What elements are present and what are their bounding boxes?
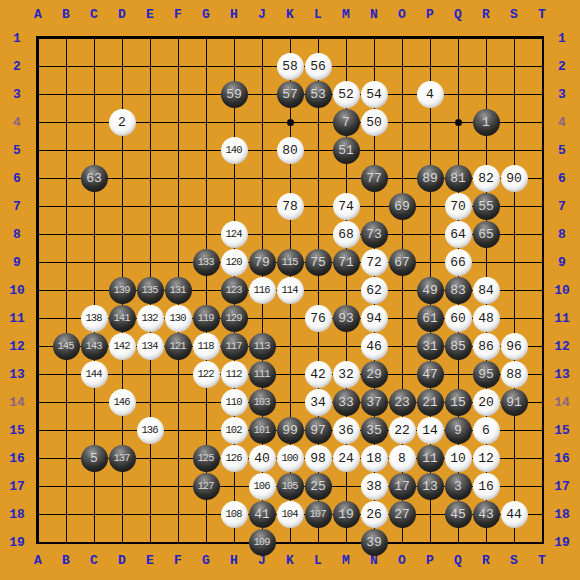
- stone-move-number: 81: [450, 172, 466, 185]
- stone-move-number: 19: [338, 508, 354, 521]
- stone-move-number: 5: [90, 452, 98, 465]
- stone-move-number: 36: [338, 424, 354, 437]
- stone-black-91-S14[interactable]: 91: [501, 389, 528, 416]
- stone-white-2-D4[interactable]: 2: [109, 109, 136, 136]
- stone-move-number: 123: [226, 285, 242, 296]
- stone-move-number: 52: [338, 88, 354, 101]
- stone-black-35-N15[interactable]: 35: [361, 417, 388, 444]
- stone-move-number: 38: [366, 480, 382, 493]
- stone-white-18-N16[interactable]: 18: [361, 445, 388, 472]
- stone-white-108-H18[interactable]: 108: [221, 501, 248, 528]
- stone-move-number: 42: [310, 368, 326, 381]
- stone-move-number: 99: [282, 424, 298, 437]
- stone-move-number: 45: [450, 508, 466, 521]
- stone-move-number: 64: [450, 228, 466, 241]
- stone-white-10-Q16[interactable]: 10: [445, 445, 472, 472]
- stone-move-number: 129: [226, 313, 242, 324]
- stone-white-34-L14[interactable]: 34: [305, 389, 332, 416]
- stone-move-number: 143: [86, 341, 102, 352]
- stone-black-73-N8[interactable]: 73: [361, 221, 388, 248]
- stone-black-137-D16[interactable]: 137: [109, 445, 136, 472]
- stone-black-109-J19[interactable]: 109: [249, 529, 276, 556]
- stone-move-number: 22: [394, 424, 410, 437]
- stone-black-113-J12[interactable]: 113: [249, 333, 276, 360]
- stone-white-54-N3[interactable]: 54: [361, 81, 388, 108]
- stone-move-number: 68: [338, 228, 354, 241]
- stone-white-68-M8[interactable]: 68: [333, 221, 360, 248]
- stone-move-number: 134: [142, 341, 158, 352]
- stone-white-78-K7[interactable]: 78: [277, 193, 304, 220]
- stone-move-number: 49: [422, 284, 438, 297]
- stone-white-144-C13[interactable]: 144: [81, 361, 108, 388]
- stone-move-number: 102: [226, 425, 242, 436]
- stone-white-16-R17[interactable]: 16: [473, 473, 500, 500]
- stone-move-number: 21: [422, 396, 438, 409]
- stone-move-number: 124: [226, 229, 242, 240]
- stone-white-48-R11[interactable]: 48: [473, 305, 500, 332]
- stone-move-number: 59: [226, 88, 242, 101]
- stone-white-140-H5[interactable]: 140: [221, 137, 248, 164]
- stone-move-number: 69: [394, 200, 410, 213]
- stone-black-25-L17[interactable]: 25: [305, 473, 332, 500]
- stone-white-74-M7[interactable]: 74: [333, 193, 360, 220]
- stone-white-72-N9[interactable]: 72: [361, 249, 388, 276]
- stone-white-142-D12[interactable]: 142: [109, 333, 136, 360]
- stone-move-number: 132: [142, 313, 158, 324]
- stone-black-111-J13[interactable]: 111: [249, 361, 276, 388]
- stone-move-number: 20: [478, 396, 494, 409]
- stone-black-39-N19[interactable]: 39: [361, 529, 388, 556]
- stone-white-46-N12[interactable]: 46: [361, 333, 388, 360]
- stone-white-122-G13[interactable]: 122: [193, 361, 220, 388]
- stone-black-33-M14[interactable]: 33: [333, 389, 360, 416]
- stone-move-number: 71: [338, 256, 354, 269]
- stone-move-number: 55: [478, 200, 494, 213]
- stone-black-55-R7[interactable]: 55: [473, 193, 500, 220]
- stone-move-number: 120: [226, 257, 242, 268]
- stone-move-number: 23: [394, 396, 410, 409]
- stone-move-number: 137: [114, 453, 130, 464]
- stone-move-number: 96: [506, 340, 522, 353]
- stone-black-69-O7[interactable]: 69: [389, 193, 416, 220]
- stone-move-number: 100: [282, 453, 298, 464]
- stone-black-95-R13[interactable]: 95: [473, 361, 500, 388]
- stone-white-66-Q9[interactable]: 66: [445, 249, 472, 276]
- stone-move-number: 1: [482, 116, 490, 129]
- stone-move-number: 121: [170, 341, 186, 352]
- stone-move-number: 89: [422, 172, 438, 185]
- stone-move-number: 14: [422, 424, 438, 437]
- stone-white-22-O15[interactable]: 22: [389, 417, 416, 444]
- stone-black-71-M9[interactable]: 71: [333, 249, 360, 276]
- stone-white-4-P3[interactable]: 4: [417, 81, 444, 108]
- stone-move-number: 133: [198, 257, 214, 268]
- stone-move-number: 47: [422, 368, 438, 381]
- stone-white-80-K5[interactable]: 80: [277, 137, 304, 164]
- stone-move-number: 63: [86, 172, 102, 185]
- stone-white-98-L16[interactable]: 98: [305, 445, 332, 472]
- stone-move-number: 73: [366, 228, 382, 241]
- stone-move-number: 8: [398, 452, 406, 465]
- stone-move-number: 70: [450, 200, 466, 213]
- stone-move-number: 78: [282, 200, 298, 213]
- stone-move-number: 94: [366, 312, 382, 325]
- stone-move-number: 26: [366, 508, 382, 521]
- stone-white-12-R16[interactable]: 12: [473, 445, 500, 472]
- stone-move-number: 56: [310, 60, 326, 73]
- stone-white-44-S18[interactable]: 44: [501, 501, 528, 528]
- stone-black-89-P6[interactable]: 89: [417, 165, 444, 192]
- stone-white-76-L11[interactable]: 76: [305, 305, 332, 332]
- stone-move-number: 57: [282, 88, 298, 101]
- stone-white-88-S13[interactable]: 88: [501, 361, 528, 388]
- stone-move-number: 118: [198, 341, 214, 352]
- stone-move-number: 11: [422, 452, 438, 465]
- stone-move-number: 53: [310, 88, 326, 101]
- stone-black-57-K3[interactable]: 57: [277, 81, 304, 108]
- stone-move-number: 146: [114, 397, 130, 408]
- stone-white-70-Q7[interactable]: 70: [445, 193, 472, 220]
- stone-black-65-R8[interactable]: 65: [473, 221, 500, 248]
- stone-black-127-G17[interactable]: 127: [193, 473, 220, 500]
- stone-white-106-J17[interactable]: 106: [249, 473, 276, 500]
- stone-white-82-R6[interactable]: 82: [473, 165, 500, 192]
- stone-move-number: 116: [254, 285, 270, 296]
- stone-move-number: 41: [254, 508, 270, 521]
- stone-black-5-C16[interactable]: 5: [81, 445, 108, 472]
- stone-black-107-L18[interactable]: 107: [305, 501, 332, 528]
- stone-move-number: 43: [478, 508, 494, 521]
- stone-white-126-H16[interactable]: 126: [221, 445, 248, 472]
- stone-move-number: 61: [422, 312, 438, 325]
- stone-move-number: 95: [478, 368, 494, 381]
- stone-move-number: 106: [254, 481, 270, 492]
- stone-black-103-J14[interactable]: 103: [249, 389, 276, 416]
- stone-move-number: 85: [450, 340, 466, 353]
- stone-move-number: 115: [282, 257, 298, 268]
- stone-move-number: 15: [450, 396, 466, 409]
- stone-white-56-L2[interactable]: 56: [305, 53, 332, 80]
- stone-move-number: 39: [366, 536, 382, 549]
- stone-move-number: 27: [394, 508, 410, 521]
- stone-white-102-H15[interactable]: 102: [221, 417, 248, 444]
- stone-white-86-R12[interactable]: 86: [473, 333, 500, 360]
- stone-black-3-Q17[interactable]: 3: [445, 473, 472, 500]
- stone-black-29-N13[interactable]: 29: [361, 361, 388, 388]
- stone-move-number: 119: [198, 313, 214, 324]
- stone-move-number: 126: [226, 453, 242, 464]
- stone-white-58-K2[interactable]: 58: [277, 53, 304, 80]
- stone-white-8-O16[interactable]: 8: [389, 445, 416, 472]
- stone-black-139-D10[interactable]: 139: [109, 277, 136, 304]
- stone-move-number: 3: [454, 480, 462, 493]
- stone-black-19-M18[interactable]: 19: [333, 501, 360, 528]
- stone-move-number: 136: [142, 425, 158, 436]
- stone-black-119-G11[interactable]: 119: [193, 305, 220, 332]
- stone-black-135-E10[interactable]: 135: [137, 277, 164, 304]
- stone-white-120-H9[interactable]: 120: [221, 249, 248, 276]
- stone-move-number: 88: [506, 368, 522, 381]
- stone-move-number: 97: [310, 424, 326, 437]
- stone-white-42-L13[interactable]: 42: [305, 361, 332, 388]
- stone-move-number: 75: [310, 256, 326, 269]
- stone-move-number: 44: [506, 508, 522, 521]
- stone-move-number: 86: [478, 340, 494, 353]
- go-board[interactable]: 1234567891011121314151617181920212223242…: [24, 24, 556, 556]
- stone-move-number: 76: [310, 312, 326, 325]
- stone-move-number: 111: [254, 369, 270, 380]
- stone-white-40-J16[interactable]: 40: [249, 445, 276, 472]
- stone-move-number: 37: [366, 396, 382, 409]
- stone-black-45-Q18[interactable]: 45: [445, 501, 472, 528]
- stone-move-number: 114: [282, 285, 298, 296]
- stone-black-61-P11[interactable]: 61: [417, 305, 444, 332]
- stone-move-number: 32: [338, 368, 354, 381]
- stone-white-32-M13[interactable]: 32: [333, 361, 360, 388]
- stone-move-number: 2: [118, 116, 126, 129]
- stone-black-143-C12[interactable]: 143: [81, 333, 108, 360]
- stone-black-85-Q12[interactable]: 85: [445, 333, 472, 360]
- stone-move-number: 48: [478, 312, 494, 325]
- stone-move-number: 66: [450, 256, 466, 269]
- stone-black-121-F12[interactable]: 121: [165, 333, 192, 360]
- stone-white-36-M15[interactable]: 36: [333, 417, 360, 444]
- stone-black-47-P13[interactable]: 47: [417, 361, 444, 388]
- stone-black-145-B12[interactable]: 145: [53, 333, 80, 360]
- stone-move-number: 29: [366, 368, 382, 381]
- stone-white-134-E12[interactable]: 134: [137, 333, 164, 360]
- stone-move-number: 51: [338, 144, 354, 157]
- stone-move-number: 90: [506, 172, 522, 185]
- stone-white-6-R15[interactable]: 6: [473, 417, 500, 444]
- stone-move-number: 83: [450, 284, 466, 297]
- stone-black-9-Q15[interactable]: 9: [445, 417, 472, 444]
- stone-white-146-D14[interactable]: 146: [109, 389, 136, 416]
- stone-move-number: 54: [366, 88, 382, 101]
- stone-black-123-H10[interactable]: 123: [221, 277, 248, 304]
- stone-black-67-O9[interactable]: 67: [389, 249, 416, 276]
- stone-black-77-N6[interactable]: 77: [361, 165, 388, 192]
- stone-black-27-O18[interactable]: 27: [389, 501, 416, 528]
- stone-move-number: 67: [394, 256, 410, 269]
- stone-move-number: 35: [366, 424, 382, 437]
- stone-move-number: 101: [254, 425, 270, 436]
- stone-black-41-J18[interactable]: 41: [249, 501, 276, 528]
- stone-black-21-P14[interactable]: 21: [417, 389, 444, 416]
- stone-move-number: 105: [282, 481, 298, 492]
- stone-black-79-J9[interactable]: 79: [249, 249, 276, 276]
- stone-move-number: 104: [282, 509, 298, 520]
- stone-white-50-N4[interactable]: 50: [361, 109, 388, 136]
- stone-move-number: 122: [198, 369, 214, 380]
- go-kifu-diagram: AABBCCDDEEFFGGHHJJKKLLMMNNOOPPQQRRSSTT11…: [0, 0, 580, 580]
- stone-white-112-H13[interactable]: 112: [221, 361, 248, 388]
- stone-black-105-K17[interactable]: 105: [277, 473, 304, 500]
- stone-move-number: 98: [310, 452, 326, 465]
- stone-black-93-M11[interactable]: 93: [333, 305, 360, 332]
- stone-move-number: 82: [478, 172, 494, 185]
- stone-move-number: 18: [366, 452, 382, 465]
- stone-move-number: 25: [310, 480, 326, 493]
- stone-white-96-S12[interactable]: 96: [501, 333, 528, 360]
- stone-move-number: 93: [338, 312, 354, 325]
- stone-move-number: 34: [310, 396, 326, 409]
- stone-move-number: 17: [394, 480, 410, 493]
- stone-white-84-R10[interactable]: 84: [473, 277, 500, 304]
- stone-move-number: 138: [86, 313, 102, 324]
- stone-white-62-N10[interactable]: 62: [361, 277, 388, 304]
- stone-move-number: 107: [310, 509, 326, 520]
- stone-move-number: 127: [198, 481, 214, 492]
- stone-white-100-K16[interactable]: 100: [277, 445, 304, 472]
- stone-move-number: 4: [426, 88, 434, 101]
- stone-move-number: 58: [282, 60, 298, 73]
- stone-white-110-H14[interactable]: 110: [221, 389, 248, 416]
- stone-white-118-G12[interactable]: 118: [193, 333, 220, 360]
- stone-black-43-R18[interactable]: 43: [473, 501, 500, 528]
- stone-white-26-N18[interactable]: 26: [361, 501, 388, 528]
- stone-white-116-J10[interactable]: 116: [249, 277, 276, 304]
- stone-black-13-P17[interactable]: 13: [417, 473, 444, 500]
- stone-black-53-L3[interactable]: 53: [305, 81, 332, 108]
- stone-move-number: 62: [366, 284, 382, 297]
- stone-black-133-G9[interactable]: 133: [193, 249, 220, 276]
- stone-white-138-C11[interactable]: 138: [81, 305, 108, 332]
- stone-white-24-M16[interactable]: 24: [333, 445, 360, 472]
- stone-white-14-P15[interactable]: 14: [417, 417, 444, 444]
- stone-move-number: 6: [482, 424, 490, 437]
- stone-move-number: 10: [450, 452, 466, 465]
- stone-black-97-L15[interactable]: 97: [305, 417, 332, 444]
- stone-white-104-K18[interactable]: 104: [277, 501, 304, 528]
- stone-move-number: 117: [226, 341, 242, 352]
- stone-black-129-H11[interactable]: 129: [221, 305, 248, 332]
- stone-move-number: 140: [226, 145, 242, 156]
- stone-move-number: 142: [114, 341, 130, 352]
- stone-black-49-P10[interactable]: 49: [417, 277, 444, 304]
- stone-move-number: 40: [254, 452, 270, 465]
- stone-black-23-O14[interactable]: 23: [389, 389, 416, 416]
- stone-white-132-E11[interactable]: 132: [137, 305, 164, 332]
- stone-move-number: 131: [170, 285, 186, 296]
- stone-move-number: 33: [338, 396, 354, 409]
- stone-white-94-N11[interactable]: 94: [361, 305, 388, 332]
- stone-black-75-L9[interactable]: 75: [305, 249, 332, 276]
- stone-move-number: 80: [282, 144, 298, 157]
- stone-white-136-E15[interactable]: 136: [137, 417, 164, 444]
- stone-black-37-N14[interactable]: 37: [361, 389, 388, 416]
- stone-white-64-Q8[interactable]: 64: [445, 221, 472, 248]
- stone-move-number: 103: [254, 397, 270, 408]
- stone-move-number: 65: [478, 228, 494, 241]
- stone-black-31-P12[interactable]: 31: [417, 333, 444, 360]
- stone-move-number: 79: [254, 256, 270, 269]
- stone-white-60-Q11[interactable]: 60: [445, 305, 472, 332]
- stone-move-number: 12: [478, 452, 494, 465]
- stone-move-number: 9: [454, 424, 462, 437]
- stone-move-number: 113: [254, 341, 270, 352]
- stone-move-number: 112: [226, 369, 242, 380]
- stone-black-83-Q10[interactable]: 83: [445, 277, 472, 304]
- stone-black-11-P16[interactable]: 11: [417, 445, 444, 472]
- stone-move-number: 72: [366, 256, 382, 269]
- stone-move-number: 60: [450, 312, 466, 325]
- stone-move-number: 135: [142, 285, 158, 296]
- stone-white-114-K10[interactable]: 114: [277, 277, 304, 304]
- stone-move-number: 145: [58, 341, 74, 352]
- stone-black-99-K15[interactable]: 99: [277, 417, 304, 444]
- stone-white-130-F11[interactable]: 130: [165, 305, 192, 332]
- stone-move-number: 13: [422, 480, 438, 493]
- stone-black-1-R4[interactable]: 1: [473, 109, 500, 136]
- stone-move-number: 110: [226, 397, 242, 408]
- stone-move-number: 31: [422, 340, 438, 353]
- stone-black-115-K9[interactable]: 115: [277, 249, 304, 276]
- stone-black-63-C6[interactable]: 63: [81, 165, 108, 192]
- stone-black-15-Q14[interactable]: 15: [445, 389, 472, 416]
- stone-move-number: 7: [342, 116, 350, 129]
- stone-black-131-F10[interactable]: 131: [165, 277, 192, 304]
- stone-black-117-H12[interactable]: 117: [221, 333, 248, 360]
- stone-black-125-G16[interactable]: 125: [193, 445, 220, 472]
- stone-move-number: 108: [226, 509, 242, 520]
- stone-move-number: 16: [478, 480, 494, 493]
- stone-white-124-H8[interactable]: 124: [221, 221, 248, 248]
- stone-black-51-M5[interactable]: 51: [333, 137, 360, 164]
- stone-move-number: 141: [114, 313, 130, 324]
- stone-move-number: 24: [338, 452, 354, 465]
- stone-move-number: 139: [114, 285, 130, 296]
- stone-black-81-Q6[interactable]: 81: [445, 165, 472, 192]
- stone-black-17-O17[interactable]: 17: [389, 473, 416, 500]
- stone-move-number: 84: [478, 284, 494, 297]
- stone-move-number: 109: [254, 537, 270, 548]
- stone-move-number: 46: [366, 340, 382, 353]
- stone-move-number: 50: [366, 116, 382, 129]
- stone-move-number: 74: [338, 200, 354, 213]
- stone-move-number: 125: [198, 453, 214, 464]
- stone-move-number: 77: [366, 172, 382, 185]
- stone-black-101-J15[interactable]: 101: [249, 417, 276, 444]
- stone-black-141-D11[interactable]: 141: [109, 305, 136, 332]
- stone-move-number: 144: [86, 369, 102, 380]
- stone-move-number: 91: [506, 396, 522, 409]
- stone-white-38-N17[interactable]: 38: [361, 473, 388, 500]
- stone-move-number: 130: [170, 313, 186, 324]
- stone-white-20-R14[interactable]: 20: [473, 389, 500, 416]
- stone-black-59-H3[interactable]: 59: [221, 81, 248, 108]
- stone-white-90-S6[interactable]: 90: [501, 165, 528, 192]
- stone-black-7-M4[interactable]: 7: [333, 109, 360, 136]
- stone-white-52-M3[interactable]: 52: [333, 81, 360, 108]
